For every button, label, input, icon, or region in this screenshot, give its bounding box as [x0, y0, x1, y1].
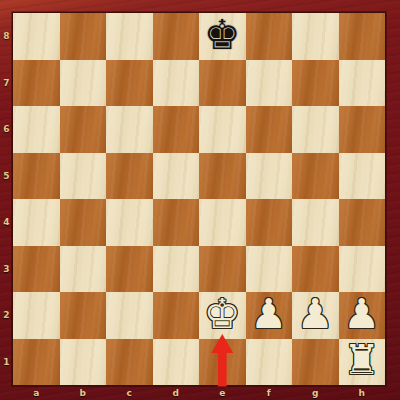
piece-white-pawn-f2[interactable]: ♟ — [250, 294, 287, 335]
square-d3[interactable] — [153, 246, 200, 293]
square-c7[interactable] — [106, 60, 153, 107]
piece-white-rook-h1[interactable]: ♜ — [343, 340, 380, 381]
rank-label-8: 8 — [0, 13, 13, 60]
square-b5[interactable] — [60, 153, 107, 200]
square-c5[interactable] — [106, 153, 153, 200]
file-label-h: h — [339, 385, 386, 400]
square-h5[interactable] — [339, 153, 386, 200]
square-c1[interactable] — [106, 339, 153, 386]
square-g3[interactable] — [292, 246, 339, 293]
piece-white-pawn-g2[interactable]: ♟ — [297, 294, 334, 335]
rank-label-5: 5 — [0, 153, 13, 200]
file-label-a: a — [13, 385, 60, 400]
square-e4[interactable] — [199, 199, 246, 246]
square-h7[interactable] — [339, 60, 386, 107]
board-grid: ♚♚♟♟♟♜ — [13, 13, 385, 385]
square-c6[interactable] — [106, 106, 153, 153]
square-d1[interactable] — [153, 339, 200, 386]
square-d4[interactable] — [153, 199, 200, 246]
square-g7[interactable] — [292, 60, 339, 107]
file-label-e: e — [199, 385, 246, 400]
square-a3[interactable] — [13, 246, 60, 293]
square-h3[interactable] — [339, 246, 386, 293]
square-a1[interactable] — [13, 339, 60, 386]
square-a6[interactable] — [13, 106, 60, 153]
square-e1[interactable] — [199, 339, 246, 386]
square-g2[interactable]: ♟ — [292, 292, 339, 339]
square-e2[interactable]: ♚ — [199, 292, 246, 339]
chessboard: ♚♚♟♟♟♜ 87654321 abcdefgh — [0, 0, 400, 400]
square-d6[interactable] — [153, 106, 200, 153]
square-h6[interactable] — [339, 106, 386, 153]
square-b2[interactable] — [60, 292, 107, 339]
square-a7[interactable] — [13, 60, 60, 107]
square-a5[interactable] — [13, 153, 60, 200]
file-label-d: d — [153, 385, 200, 400]
file-label-b: b — [60, 385, 107, 400]
square-b7[interactable] — [60, 60, 107, 107]
square-h1[interactable]: ♜ — [339, 339, 386, 386]
square-f6[interactable] — [246, 106, 293, 153]
file-label-c: c — [106, 385, 153, 400]
rank-label-2: 2 — [0, 292, 13, 339]
rank-label-6: 6 — [0, 106, 13, 153]
square-e3[interactable] — [199, 246, 246, 293]
square-g5[interactable] — [292, 153, 339, 200]
square-a2[interactable] — [13, 292, 60, 339]
square-g8[interactable] — [292, 13, 339, 60]
square-c4[interactable] — [106, 199, 153, 246]
square-b6[interactable] — [60, 106, 107, 153]
square-f3[interactable] — [246, 246, 293, 293]
square-g6[interactable] — [292, 106, 339, 153]
square-f7[interactable] — [246, 60, 293, 107]
square-c3[interactable] — [106, 246, 153, 293]
square-d8[interactable] — [153, 13, 200, 60]
square-f1[interactable] — [246, 339, 293, 386]
square-f2[interactable]: ♟ — [246, 292, 293, 339]
square-f4[interactable] — [246, 199, 293, 246]
square-f8[interactable] — [246, 13, 293, 60]
rank-label-1: 1 — [0, 339, 13, 386]
square-h4[interactable] — [339, 199, 386, 246]
square-h2[interactable]: ♟ — [339, 292, 386, 339]
square-c2[interactable] — [106, 292, 153, 339]
rank-label-3: 3 — [0, 246, 13, 293]
square-e7[interactable] — [199, 60, 246, 107]
square-f5[interactable] — [246, 153, 293, 200]
piece-white-king-e2[interactable]: ♚ — [204, 294, 241, 335]
square-g4[interactable] — [292, 199, 339, 246]
rank-label-7: 7 — [0, 60, 13, 107]
file-label-g: g — [292, 385, 339, 400]
square-b8[interactable] — [60, 13, 107, 60]
file-label-f: f — [246, 385, 293, 400]
square-b4[interactable] — [60, 199, 107, 246]
square-d7[interactable] — [153, 60, 200, 107]
square-e5[interactable] — [199, 153, 246, 200]
square-g1[interactable] — [292, 339, 339, 386]
square-h8[interactable] — [339, 13, 386, 60]
square-e6[interactable] — [199, 106, 246, 153]
square-b1[interactable] — [60, 339, 107, 386]
piece-white-pawn-h2[interactable]: ♟ — [343, 294, 380, 335]
square-d5[interactable] — [153, 153, 200, 200]
square-e8[interactable]: ♚ — [199, 13, 246, 60]
piece-black-king-e8[interactable]: ♚ — [204, 15, 241, 56]
square-b3[interactable] — [60, 246, 107, 293]
square-a8[interactable] — [13, 13, 60, 60]
square-c8[interactable] — [106, 13, 153, 60]
square-a4[interactable] — [13, 199, 60, 246]
square-d2[interactable] — [153, 292, 200, 339]
rank-label-4: 4 — [0, 199, 13, 246]
